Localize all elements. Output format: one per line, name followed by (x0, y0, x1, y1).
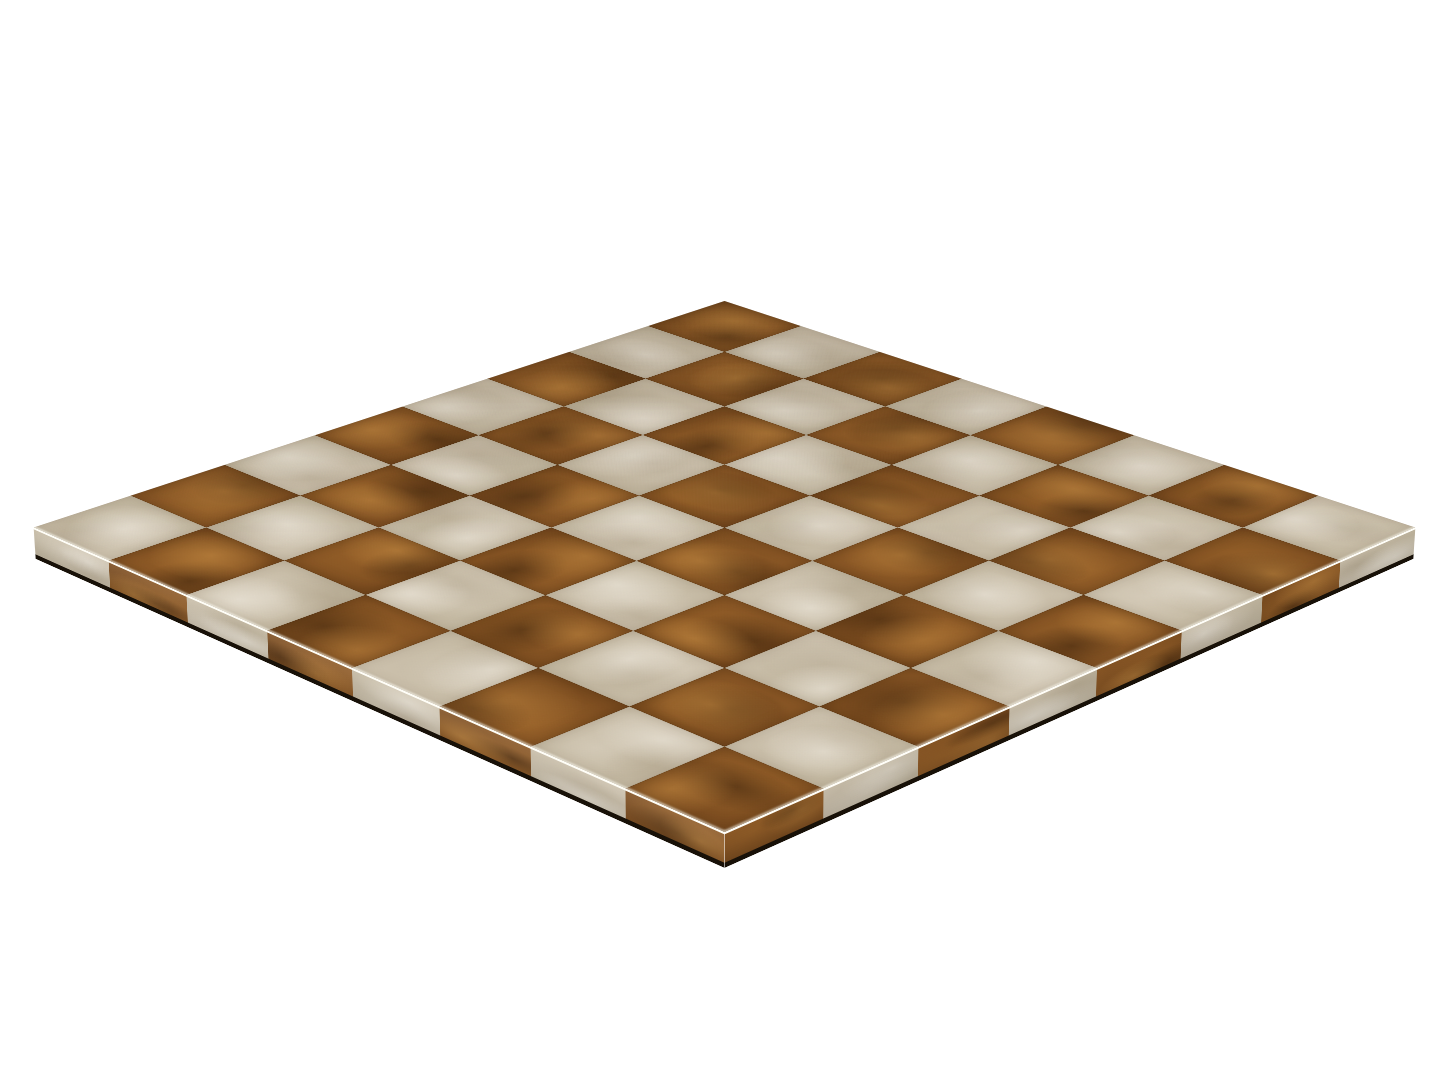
photo-background (0, 0, 1445, 1084)
board-top-face (33, 300, 1415, 831)
chess-board (33, 300, 1415, 831)
